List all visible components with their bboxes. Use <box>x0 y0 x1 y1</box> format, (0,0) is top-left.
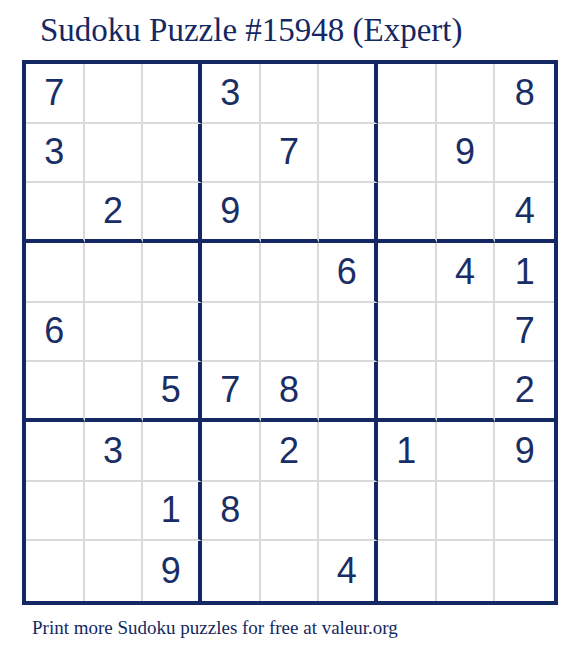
cell-r8c5[interactable] <box>261 482 320 542</box>
cell-r4c9[interactable]: 1 <box>495 243 554 303</box>
cell-r5c3[interactable] <box>143 303 202 363</box>
cell-r2c1[interactable]: 3 <box>26 124 85 184</box>
cell-r5c7[interactable] <box>378 303 437 363</box>
cell-r2c3[interactable] <box>143 124 202 184</box>
cell-r4c7[interactable] <box>378 243 437 303</box>
cell-r7c2[interactable]: 3 <box>85 422 144 482</box>
cell-r9c5[interactable] <box>261 541 320 601</box>
cell-r6c8[interactable] <box>437 362 496 422</box>
cell-r6c2[interactable] <box>85 362 144 422</box>
cell-r5c4[interactable] <box>202 303 261 363</box>
cell-r8c8[interactable] <box>437 482 496 542</box>
cell-r1c2[interactable] <box>85 64 144 124</box>
cell-r5c8[interactable] <box>437 303 496 363</box>
cell-r1c8[interactable] <box>437 64 496 124</box>
cell-r9c7[interactable] <box>378 541 437 601</box>
cell-r5c6[interactable] <box>319 303 378 363</box>
cell-r4c3[interactable] <box>143 243 202 303</box>
cell-r7c1[interactable] <box>26 422 85 482</box>
cell-r1c5[interactable] <box>261 64 320 124</box>
cell-r9c6[interactable]: 4 <box>319 541 378 601</box>
cell-r1c4[interactable]: 3 <box>202 64 261 124</box>
cell-r2c4[interactable] <box>202 124 261 184</box>
cell-r8c7[interactable] <box>378 482 437 542</box>
cell-r7c4[interactable] <box>202 422 261 482</box>
cell-r6c4[interactable]: 7 <box>202 362 261 422</box>
cell-r9c8[interactable] <box>437 541 496 601</box>
cell-r2c2[interactable] <box>85 124 144 184</box>
cell-r8c2[interactable] <box>85 482 144 542</box>
cell-r1c6[interactable] <box>319 64 378 124</box>
page-title: Sudoku Puzzle #15948 (Expert) <box>40 12 463 49</box>
cell-r9c9[interactable] <box>495 541 554 601</box>
cell-r2c8[interactable]: 9 <box>437 124 496 184</box>
cell-r6c1[interactable] <box>26 362 85 422</box>
cell-r4c6[interactable]: 6 <box>319 243 378 303</box>
cell-r9c2[interactable] <box>85 541 144 601</box>
cell-r3c8[interactable] <box>437 183 496 243</box>
cell-r6c5[interactable]: 8 <box>261 362 320 422</box>
cell-r1c3[interactable] <box>143 64 202 124</box>
cell-r7c7[interactable]: 1 <box>378 422 437 482</box>
cell-r2c7[interactable] <box>378 124 437 184</box>
sudoku-grid: 73837929464167578232191894 <box>22 60 558 605</box>
cell-r3c1[interactable] <box>26 183 85 243</box>
cell-r1c7[interactable] <box>378 64 437 124</box>
cell-r4c2[interactable] <box>85 243 144 303</box>
footer-text: Print more Sudoku puzzles for free at va… <box>32 617 398 639</box>
cell-r9c4[interactable] <box>202 541 261 601</box>
cell-r4c8[interactable]: 4 <box>437 243 496 303</box>
cell-r5c2[interactable] <box>85 303 144 363</box>
cell-r8c9[interactable] <box>495 482 554 542</box>
cell-r2c5[interactable]: 7 <box>261 124 320 184</box>
cell-r2c6[interactable] <box>319 124 378 184</box>
cell-r3c2[interactable]: 2 <box>85 183 144 243</box>
cell-r2c9[interactable] <box>495 124 554 184</box>
cell-r1c9[interactable]: 8 <box>495 64 554 124</box>
cell-r8c6[interactable] <box>319 482 378 542</box>
cell-r5c5[interactable] <box>261 303 320 363</box>
cell-r6c3[interactable]: 5 <box>143 362 202 422</box>
cell-r6c6[interactable] <box>319 362 378 422</box>
cell-r4c1[interactable] <box>26 243 85 303</box>
cell-r9c3[interactable]: 9 <box>143 541 202 601</box>
cell-r3c3[interactable] <box>143 183 202 243</box>
sudoku-page: Sudoku Puzzle #15948 (Expert) 7383792946… <box>0 0 580 651</box>
cell-r3c9[interactable]: 4 <box>495 183 554 243</box>
cell-r8c3[interactable]: 1 <box>143 482 202 542</box>
cell-r6c7[interactable] <box>378 362 437 422</box>
cell-r5c1[interactable]: 6 <box>26 303 85 363</box>
cell-r3c5[interactable] <box>261 183 320 243</box>
cell-r7c5[interactable]: 2 <box>261 422 320 482</box>
cell-r8c4[interactable]: 8 <box>202 482 261 542</box>
cell-r7c6[interactable] <box>319 422 378 482</box>
cell-r7c9[interactable]: 9 <box>495 422 554 482</box>
cell-r6c9[interactable]: 2 <box>495 362 554 422</box>
cell-r4c4[interactable] <box>202 243 261 303</box>
cell-r7c8[interactable] <box>437 422 496 482</box>
cell-r3c4[interactable]: 9 <box>202 183 261 243</box>
cell-r3c7[interactable] <box>378 183 437 243</box>
cell-r8c1[interactable] <box>26 482 85 542</box>
cell-r3c6[interactable] <box>319 183 378 243</box>
cell-r4c5[interactable] <box>261 243 320 303</box>
cell-r7c3[interactable] <box>143 422 202 482</box>
cell-r9c1[interactable] <box>26 541 85 601</box>
cell-r5c9[interactable]: 7 <box>495 303 554 363</box>
cell-r1c1[interactable]: 7 <box>26 64 85 124</box>
